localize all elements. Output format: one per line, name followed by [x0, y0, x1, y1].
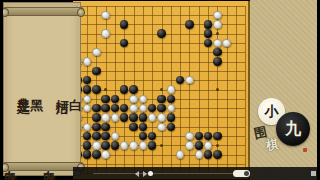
video-frame: 白 柯洁 九段 黑 芈昱廷 九段 小 九 围 棋	[0, 0, 320, 180]
star-point	[216, 144, 219, 147]
black-stone	[92, 132, 101, 141]
black-stone	[139, 113, 148, 122]
black-color-label: 黑	[30, 89, 43, 91]
player-columns: 白 柯洁 九段 黑 芈昱廷 九段	[4, 17, 80, 163]
black-stone	[120, 20, 129, 29]
white-stone	[213, 11, 222, 20]
star-point	[216, 88, 219, 91]
scroll-roll-bottom	[2, 162, 84, 171]
black-stone	[120, 85, 129, 94]
white-stone	[101, 11, 110, 20]
black-stone	[213, 132, 222, 141]
star-point	[104, 88, 107, 91]
white-stone	[222, 39, 231, 48]
white-stone	[185, 76, 194, 85]
white-color-label: 白	[69, 89, 82, 91]
white-stone	[185, 132, 194, 141]
black-stone	[111, 95, 120, 104]
black-stone	[92, 67, 101, 76]
black-stone	[111, 141, 120, 150]
white-stone	[129, 104, 138, 113]
black-stone	[111, 104, 120, 113]
black-stone	[83, 76, 92, 85]
white-player-column: 白 柯洁 九段	[43, 17, 82, 163]
black-stone	[101, 95, 110, 104]
scroll-knob-icon	[77, 8, 85, 17]
white-stone	[83, 95, 92, 104]
black-stone	[92, 104, 101, 113]
white-stone	[83, 57, 92, 66]
grid-line-vertical	[236, 6, 237, 174]
scroll-roll-top	[2, 7, 84, 16]
white-stone	[129, 95, 138, 104]
playback-toolbar[interactable]	[73, 167, 320, 180]
logo-top-char: 小	[265, 103, 279, 121]
white-stone	[139, 141, 148, 150]
white-stone	[101, 29, 110, 38]
white-stone	[111, 113, 120, 122]
logo-seal-dot	[303, 148, 307, 152]
black-stone	[92, 123, 101, 132]
play-icon[interactable]	[143, 171, 147, 177]
white-stone	[148, 113, 157, 122]
go-board	[73, 1, 250, 179]
grid-line-vertical	[245, 6, 246, 174]
previous-icon[interactable]	[135, 171, 139, 177]
white-stone	[195, 150, 204, 159]
channel-logo: 小 九 围 棋	[252, 96, 316, 164]
black-stone	[204, 132, 213, 141]
star-point	[216, 32, 219, 35]
white-stone	[204, 141, 213, 150]
side-panel: 小 九 围 棋	[250, 0, 317, 180]
white-stone	[83, 104, 92, 113]
white-stone	[92, 48, 101, 57]
left-black-edge	[0, 0, 3, 180]
white-stone	[83, 123, 92, 132]
black-stone	[120, 104, 129, 113]
white-stone	[101, 150, 110, 159]
black-stone	[157, 104, 166, 113]
black-stone	[204, 39, 213, 48]
black-stone	[129, 113, 138, 122]
logo-black-stone-icon: 九	[276, 112, 310, 146]
black-stone	[92, 113, 101, 122]
black-stone	[213, 150, 222, 159]
black-stone	[167, 95, 176, 104]
black-stone	[157, 95, 166, 104]
black-stone	[83, 141, 92, 150]
white-stone	[157, 113, 166, 122]
black-stone	[101, 141, 110, 150]
black-stone	[139, 132, 148, 141]
white-stone	[157, 123, 166, 132]
white-stone	[167, 104, 176, 113]
black-stone	[148, 132, 157, 141]
black-stone	[129, 85, 138, 94]
black-stone	[92, 150, 101, 159]
white-stone	[139, 95, 148, 104]
toggle-pill[interactable]	[233, 170, 250, 177]
black-stone	[195, 132, 204, 141]
progress-knob[interactable]	[148, 171, 153, 176]
logo-script-char-2: 棋	[265, 135, 280, 155]
white-stone	[185, 141, 194, 150]
black-stone	[204, 150, 213, 159]
black-stone	[120, 39, 129, 48]
progress-track[interactable]	[93, 173, 233, 174]
black-stone	[167, 123, 176, 132]
black-stone	[213, 57, 222, 66]
star-point	[160, 144, 163, 147]
black-stone	[139, 123, 148, 132]
black-stone	[120, 113, 129, 122]
fullscreen-icon[interactable]	[311, 171, 316, 176]
white-stone	[101, 113, 110, 122]
white-stone	[111, 132, 120, 141]
black-player-column: 黑 芈昱廷 九段	[4, 17, 43, 163]
black-stone	[101, 132, 110, 141]
player-info-scroll: 白 柯洁 九段 黑 芈昱廷 九段	[3, 2, 81, 176]
black-stone	[167, 113, 176, 122]
black-stone	[213, 48, 222, 57]
white-stone	[167, 85, 176, 94]
black-stone	[101, 104, 110, 113]
grid-line-vertical	[180, 6, 181, 174]
black-stone	[83, 132, 92, 141]
white-player-name: 柯洁	[56, 88, 69, 92]
black-stone	[176, 76, 185, 85]
white-stone	[120, 141, 129, 150]
black-stone	[204, 29, 213, 38]
white-stone	[213, 39, 222, 48]
black-stone	[204, 20, 213, 29]
black-stone	[148, 141, 157, 150]
white-stone	[139, 104, 148, 113]
black-player-name: 芈昱廷	[17, 87, 30, 93]
white-stone	[129, 141, 138, 150]
grid-line-horizontal	[78, 164, 246, 165]
star-point	[160, 88, 163, 91]
black-stone	[185, 20, 194, 29]
black-stone	[148, 104, 157, 113]
black-stone	[101, 123, 110, 132]
white-stone	[213, 20, 222, 29]
black-stone	[92, 85, 101, 94]
toggle-knob-icon	[244, 171, 249, 176]
black-stone	[83, 150, 92, 159]
black-stone	[157, 29, 166, 38]
white-stone	[176, 150, 185, 159]
black-stone	[195, 141, 204, 150]
logo-bottom-char: 九	[285, 119, 301, 140]
black-stone	[83, 85, 92, 94]
grid-line-vertical	[227, 6, 228, 174]
white-stone	[92, 141, 101, 150]
black-stone	[129, 123, 138, 132]
